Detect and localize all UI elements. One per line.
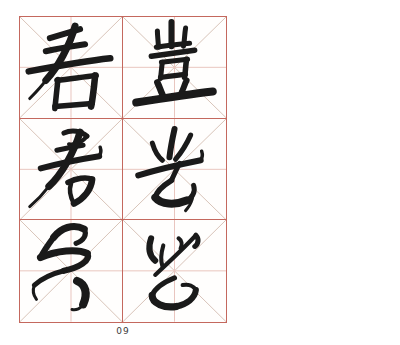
mizige-cell-r3c2: 豈 (123, 220, 226, 322)
mizige-cell-r2c1: 君 (20, 119, 123, 221)
calligraphy-glyph (20, 220, 122, 322)
calligraphy-glyph (123, 220, 226, 322)
mizige-cell-r1c2: 豈 (123, 17, 226, 119)
mizige-cell-r2c2: 豈 (123, 119, 226, 221)
calligraphy-glyph (123, 119, 226, 220)
mizige-cell-r3c1: 君 (20, 220, 123, 322)
calligraphy-glyph (123, 17, 226, 118)
calligraphy-glyph (20, 119, 122, 220)
copybook-page: 君豈君豈君豈 09 (0, 0, 400, 345)
mizige-grid: 君豈君豈君豈 (19, 16, 227, 323)
mizige-cell-r1c1: 君 (20, 17, 123, 119)
calligraphy-glyph (20, 17, 122, 118)
page-number: 09 (19, 327, 227, 336)
